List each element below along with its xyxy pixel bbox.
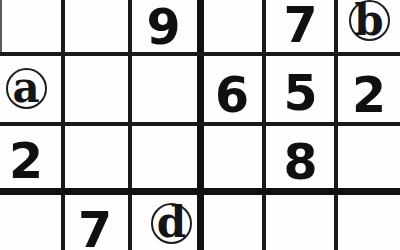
given-digit: 5 (283, 69, 317, 118)
sudoku-puzzle-scan: 97ba652287d (0, 0, 400, 250)
annotation-letter: b (354, 0, 383, 42)
cell-r4c6[interactable] (336, 192, 400, 250)
cell-r1c6[interactable]: b (336, 0, 400, 55)
circled-letter-d: d (151, 203, 192, 244)
cell-r2c2[interactable] (64, 55, 130, 125)
cell-r2c5[interactable]: 5 (265, 55, 336, 125)
given-digit: 2 (352, 71, 386, 120)
cell-r1c2[interactable] (64, 0, 130, 55)
cell-r4c5[interactable] (265, 192, 336, 250)
given-digit: 8 (283, 138, 317, 187)
cell-r2c1[interactable]: a (0, 55, 64, 125)
cell-r3c3[interactable] (130, 125, 201, 192)
cell-r3c4[interactable] (201, 125, 265, 192)
given-digit: 9 (146, 3, 180, 52)
circled-letter-b: b (349, 0, 390, 41)
cell-r4c3[interactable]: d (130, 192, 201, 250)
cell-r3c1[interactable]: 2 (0, 125, 64, 192)
cell-r2c6[interactable]: 2 (336, 55, 400, 125)
cell-r1c4[interactable] (201, 0, 265, 55)
cell-r3c2[interactable] (64, 125, 130, 192)
annotation-letter: d (157, 202, 186, 244)
circled-letter-a: a (6, 68, 47, 109)
given-digit: 7 (283, 1, 317, 50)
given-digit: 7 (78, 206, 112, 250)
cell-r2c4[interactable]: 6 (201, 55, 265, 125)
cell-r3c5[interactable]: 8 (265, 125, 336, 192)
cell-r1c5[interactable]: 7 (265, 0, 336, 55)
cell-r1c1[interactable] (0, 0, 64, 55)
given-digit: 2 (9, 137, 43, 186)
given-digit: 6 (215, 71, 249, 120)
cell-r2c3[interactable] (130, 55, 201, 125)
sudoku-grid: 97ba652287d (0, 0, 400, 250)
annotation-letter: a (12, 67, 39, 109)
cell-r1c3[interactable]: 9 (130, 0, 201, 55)
cell-r4c1[interactable] (0, 192, 64, 250)
cell-r4c2[interactable]: 7 (64, 192, 130, 250)
cell-r4c4[interactable] (201, 192, 265, 250)
cell-r3c6[interactable] (336, 125, 400, 192)
